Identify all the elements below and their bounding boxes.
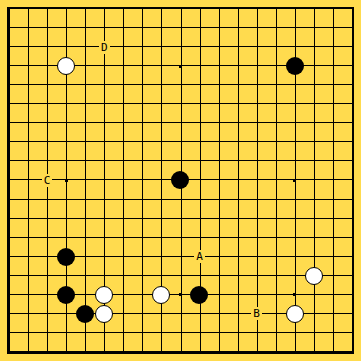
intersection[interactable] bbox=[209, 0, 228, 19]
intersection[interactable] bbox=[152, 247, 171, 266]
intersection[interactable] bbox=[190, 171, 209, 190]
intersection[interactable] bbox=[171, 304, 190, 323]
intersection[interactable] bbox=[114, 323, 133, 342]
intersection[interactable] bbox=[133, 38, 152, 57]
intersection[interactable] bbox=[152, 133, 171, 152]
intersection[interactable] bbox=[114, 190, 133, 209]
intersection[interactable] bbox=[342, 114, 361, 133]
intersection[interactable] bbox=[0, 152, 19, 171]
intersection[interactable] bbox=[57, 0, 76, 19]
intersection[interactable] bbox=[190, 38, 209, 57]
intersection[interactable] bbox=[0, 266, 19, 285]
intersection[interactable] bbox=[285, 76, 304, 95]
intersection[interactable] bbox=[57, 228, 76, 247]
intersection[interactable] bbox=[19, 342, 38, 361]
intersection[interactable] bbox=[114, 76, 133, 95]
intersection[interactable] bbox=[152, 209, 171, 228]
intersection[interactable] bbox=[209, 209, 228, 228]
intersection[interactable] bbox=[190, 57, 209, 76]
intersection[interactable] bbox=[342, 342, 361, 361]
intersection[interactable] bbox=[57, 323, 76, 342]
intersection[interactable] bbox=[342, 19, 361, 38]
intersection[interactable] bbox=[38, 152, 57, 171]
intersection[interactable] bbox=[190, 95, 209, 114]
intersection[interactable] bbox=[209, 342, 228, 361]
intersection[interactable] bbox=[304, 19, 323, 38]
intersection[interactable] bbox=[228, 323, 247, 342]
intersection[interactable] bbox=[0, 133, 19, 152]
intersection[interactable] bbox=[323, 266, 342, 285]
intersection[interactable] bbox=[38, 95, 57, 114]
intersection[interactable] bbox=[0, 285, 19, 304]
intersection[interactable] bbox=[266, 0, 285, 19]
intersection[interactable] bbox=[171, 19, 190, 38]
intersection[interactable] bbox=[304, 114, 323, 133]
intersection[interactable] bbox=[95, 95, 114, 114]
intersection[interactable] bbox=[0, 38, 19, 57]
intersection[interactable] bbox=[19, 266, 38, 285]
intersection[interactable] bbox=[95, 133, 114, 152]
intersection[interactable] bbox=[304, 190, 323, 209]
intersection[interactable] bbox=[304, 342, 323, 361]
intersection[interactable] bbox=[228, 247, 247, 266]
intersection[interactable] bbox=[190, 152, 209, 171]
intersection[interactable] bbox=[38, 114, 57, 133]
intersection[interactable] bbox=[114, 209, 133, 228]
intersection[interactable] bbox=[247, 285, 266, 304]
intersection[interactable] bbox=[19, 304, 38, 323]
intersection[interactable] bbox=[152, 76, 171, 95]
intersection[interactable]: C bbox=[38, 171, 57, 190]
intersection[interactable] bbox=[76, 247, 95, 266]
intersection[interactable] bbox=[38, 133, 57, 152]
intersection[interactable] bbox=[76, 0, 95, 19]
intersection[interactable] bbox=[323, 228, 342, 247]
intersection[interactable] bbox=[247, 152, 266, 171]
intersection[interactable] bbox=[114, 114, 133, 133]
intersection[interactable] bbox=[228, 38, 247, 57]
intersection[interactable] bbox=[209, 133, 228, 152]
intersection[interactable] bbox=[114, 152, 133, 171]
intersection[interactable] bbox=[266, 266, 285, 285]
intersection[interactable] bbox=[114, 285, 133, 304]
intersection[interactable] bbox=[133, 342, 152, 361]
intersection[interactable] bbox=[266, 247, 285, 266]
intersection[interactable] bbox=[228, 95, 247, 114]
intersection[interactable] bbox=[95, 114, 114, 133]
intersection[interactable] bbox=[76, 228, 95, 247]
intersection[interactable] bbox=[342, 76, 361, 95]
intersection[interactable] bbox=[247, 190, 266, 209]
intersection[interactable] bbox=[266, 76, 285, 95]
intersection[interactable] bbox=[76, 342, 95, 361]
intersection[interactable] bbox=[57, 342, 76, 361]
intersection[interactable] bbox=[266, 209, 285, 228]
intersection[interactable] bbox=[76, 38, 95, 57]
intersection[interactable] bbox=[133, 19, 152, 38]
intersection[interactable] bbox=[0, 95, 19, 114]
intersection[interactable] bbox=[19, 209, 38, 228]
intersection[interactable] bbox=[38, 266, 57, 285]
intersection[interactable] bbox=[171, 76, 190, 95]
intersection[interactable] bbox=[152, 323, 171, 342]
intersection[interactable] bbox=[247, 247, 266, 266]
intersection[interactable] bbox=[247, 209, 266, 228]
intersection[interactable] bbox=[171, 133, 190, 152]
intersection[interactable] bbox=[76, 57, 95, 76]
intersection[interactable] bbox=[19, 152, 38, 171]
intersection[interactable] bbox=[114, 57, 133, 76]
intersection[interactable] bbox=[304, 133, 323, 152]
intersection[interactable] bbox=[266, 171, 285, 190]
intersection[interactable] bbox=[247, 114, 266, 133]
intersection[interactable] bbox=[57, 171, 76, 190]
intersection[interactable] bbox=[266, 38, 285, 57]
intersection[interactable] bbox=[0, 228, 19, 247]
intersection[interactable] bbox=[0, 76, 19, 95]
intersection[interactable] bbox=[38, 190, 57, 209]
intersection[interactable] bbox=[190, 228, 209, 247]
intersection[interactable] bbox=[57, 19, 76, 38]
intersection[interactable] bbox=[57, 190, 76, 209]
intersection[interactable] bbox=[57, 38, 76, 57]
intersection[interactable] bbox=[342, 190, 361, 209]
intersection[interactable] bbox=[228, 57, 247, 76]
intersection[interactable] bbox=[19, 57, 38, 76]
intersection[interactable] bbox=[190, 133, 209, 152]
intersection[interactable] bbox=[76, 95, 95, 114]
intersection[interactable] bbox=[323, 114, 342, 133]
intersection[interactable] bbox=[228, 152, 247, 171]
intersection[interactable] bbox=[266, 323, 285, 342]
intersection[interactable] bbox=[114, 38, 133, 57]
intersection[interactable] bbox=[114, 133, 133, 152]
intersection[interactable] bbox=[0, 190, 19, 209]
intersection[interactable] bbox=[209, 228, 228, 247]
intersection[interactable] bbox=[304, 152, 323, 171]
intersection[interactable] bbox=[171, 285, 190, 304]
intersection[interactable] bbox=[0, 57, 19, 76]
intersection[interactable] bbox=[323, 57, 342, 76]
intersection[interactable] bbox=[95, 323, 114, 342]
intersection[interactable] bbox=[95, 190, 114, 209]
intersection[interactable] bbox=[19, 76, 38, 95]
intersection[interactable] bbox=[95, 19, 114, 38]
intersection[interactable] bbox=[95, 76, 114, 95]
intersection[interactable] bbox=[190, 190, 209, 209]
intersection[interactable] bbox=[95, 57, 114, 76]
intersection[interactable] bbox=[342, 152, 361, 171]
intersection[interactable] bbox=[0, 19, 19, 38]
intersection[interactable] bbox=[171, 209, 190, 228]
intersection[interactable] bbox=[266, 57, 285, 76]
intersection[interactable] bbox=[266, 95, 285, 114]
intersection[interactable] bbox=[152, 342, 171, 361]
intersection[interactable] bbox=[285, 266, 304, 285]
intersection[interactable] bbox=[152, 19, 171, 38]
intersection[interactable] bbox=[76, 19, 95, 38]
intersection[interactable]: D bbox=[95, 38, 114, 57]
intersection[interactable] bbox=[190, 304, 209, 323]
intersection[interactable] bbox=[285, 38, 304, 57]
intersection[interactable] bbox=[95, 342, 114, 361]
intersection[interactable] bbox=[323, 190, 342, 209]
intersection[interactable] bbox=[19, 38, 38, 57]
intersection[interactable] bbox=[209, 152, 228, 171]
intersection[interactable] bbox=[304, 76, 323, 95]
intersection[interactable] bbox=[247, 19, 266, 38]
intersection[interactable] bbox=[19, 228, 38, 247]
choice-label-C[interactable]: C bbox=[42, 174, 53, 187]
intersection[interactable]: A bbox=[190, 247, 209, 266]
intersection[interactable] bbox=[342, 0, 361, 19]
intersection[interactable] bbox=[209, 114, 228, 133]
intersection[interactable] bbox=[38, 57, 57, 76]
intersection[interactable] bbox=[19, 95, 38, 114]
intersection[interactable] bbox=[38, 285, 57, 304]
intersection[interactable] bbox=[152, 0, 171, 19]
intersection[interactable] bbox=[152, 152, 171, 171]
intersection[interactable] bbox=[152, 57, 171, 76]
intersection[interactable] bbox=[38, 228, 57, 247]
intersection[interactable] bbox=[133, 190, 152, 209]
intersection[interactable] bbox=[247, 95, 266, 114]
intersection[interactable] bbox=[76, 114, 95, 133]
intersection[interactable] bbox=[133, 228, 152, 247]
intersection[interactable] bbox=[57, 114, 76, 133]
intersection[interactable] bbox=[0, 209, 19, 228]
intersection[interactable] bbox=[133, 76, 152, 95]
intersection[interactable] bbox=[171, 190, 190, 209]
intersection[interactable] bbox=[38, 342, 57, 361]
intersection[interactable] bbox=[190, 19, 209, 38]
intersection[interactable] bbox=[228, 266, 247, 285]
intersection[interactable] bbox=[38, 0, 57, 19]
intersection[interactable] bbox=[19, 285, 38, 304]
intersection[interactable] bbox=[19, 0, 38, 19]
intersection[interactable] bbox=[19, 323, 38, 342]
choice-label-B[interactable]: B bbox=[251, 307, 262, 320]
intersection[interactable] bbox=[285, 0, 304, 19]
intersection[interactable] bbox=[114, 342, 133, 361]
intersection[interactable] bbox=[0, 247, 19, 266]
intersection[interactable] bbox=[209, 285, 228, 304]
intersection[interactable] bbox=[133, 95, 152, 114]
intersection[interactable] bbox=[19, 190, 38, 209]
intersection[interactable] bbox=[228, 304, 247, 323]
intersection[interactable] bbox=[133, 57, 152, 76]
intersection[interactable] bbox=[38, 76, 57, 95]
intersection[interactable] bbox=[209, 304, 228, 323]
intersection[interactable] bbox=[323, 247, 342, 266]
intersection[interactable] bbox=[247, 342, 266, 361]
intersection[interactable] bbox=[190, 76, 209, 95]
intersection[interactable] bbox=[38, 38, 57, 57]
intersection[interactable] bbox=[114, 95, 133, 114]
intersection[interactable] bbox=[190, 114, 209, 133]
intersection[interactable] bbox=[76, 152, 95, 171]
intersection[interactable] bbox=[171, 0, 190, 19]
intersection[interactable] bbox=[38, 19, 57, 38]
intersection[interactable] bbox=[247, 171, 266, 190]
intersection[interactable]: B bbox=[247, 304, 266, 323]
intersection[interactable] bbox=[133, 171, 152, 190]
intersection[interactable] bbox=[304, 57, 323, 76]
intersection[interactable] bbox=[133, 304, 152, 323]
intersection[interactable] bbox=[95, 247, 114, 266]
intersection[interactable] bbox=[133, 152, 152, 171]
intersection[interactable] bbox=[304, 285, 323, 304]
intersection[interactable] bbox=[342, 95, 361, 114]
intersection[interactable] bbox=[95, 228, 114, 247]
intersection[interactable] bbox=[171, 57, 190, 76]
intersection[interactable] bbox=[304, 247, 323, 266]
intersection[interactable] bbox=[76, 323, 95, 342]
intersection[interactable] bbox=[171, 342, 190, 361]
intersection[interactable] bbox=[0, 114, 19, 133]
intersection[interactable] bbox=[190, 323, 209, 342]
intersection[interactable] bbox=[0, 304, 19, 323]
intersection[interactable] bbox=[0, 0, 19, 19]
intersection[interactable] bbox=[171, 228, 190, 247]
intersection[interactable] bbox=[133, 0, 152, 19]
intersection[interactable] bbox=[247, 266, 266, 285]
intersection[interactable] bbox=[342, 209, 361, 228]
intersection[interactable] bbox=[228, 76, 247, 95]
intersection[interactable] bbox=[152, 304, 171, 323]
choice-label-D[interactable]: D bbox=[99, 41, 110, 54]
intersection[interactable] bbox=[304, 304, 323, 323]
intersection[interactable] bbox=[285, 19, 304, 38]
intersection[interactable] bbox=[171, 114, 190, 133]
intersection[interactable] bbox=[152, 114, 171, 133]
intersection[interactable] bbox=[19, 114, 38, 133]
intersection[interactable] bbox=[285, 228, 304, 247]
intersection[interactable] bbox=[209, 266, 228, 285]
choice-label-A[interactable]: A bbox=[194, 250, 205, 263]
intersection[interactable] bbox=[76, 76, 95, 95]
intersection[interactable] bbox=[171, 266, 190, 285]
intersection[interactable] bbox=[95, 0, 114, 19]
intersection[interactable] bbox=[171, 152, 190, 171]
intersection[interactable] bbox=[323, 342, 342, 361]
intersection[interactable] bbox=[304, 38, 323, 57]
intersection[interactable] bbox=[19, 19, 38, 38]
intersection[interactable] bbox=[190, 342, 209, 361]
intersection[interactable] bbox=[133, 266, 152, 285]
intersection[interactable] bbox=[228, 342, 247, 361]
intersection[interactable] bbox=[0, 171, 19, 190]
intersection[interactable] bbox=[304, 228, 323, 247]
intersection[interactable] bbox=[57, 209, 76, 228]
intersection[interactable] bbox=[342, 38, 361, 57]
intersection[interactable] bbox=[19, 247, 38, 266]
intersection[interactable] bbox=[247, 0, 266, 19]
intersection[interactable] bbox=[152, 228, 171, 247]
intersection[interactable] bbox=[114, 19, 133, 38]
intersection[interactable] bbox=[0, 323, 19, 342]
intersection[interactable] bbox=[209, 38, 228, 57]
intersection[interactable] bbox=[285, 114, 304, 133]
intersection[interactable] bbox=[19, 133, 38, 152]
intersection[interactable] bbox=[342, 171, 361, 190]
intersection[interactable] bbox=[133, 114, 152, 133]
intersection[interactable] bbox=[38, 209, 57, 228]
intersection[interactable] bbox=[266, 228, 285, 247]
intersection[interactable] bbox=[133, 209, 152, 228]
intersection[interactable] bbox=[323, 0, 342, 19]
intersection[interactable] bbox=[247, 57, 266, 76]
intersection[interactable] bbox=[323, 304, 342, 323]
intersection[interactable] bbox=[152, 95, 171, 114]
intersection[interactable] bbox=[228, 285, 247, 304]
intersection[interactable] bbox=[323, 38, 342, 57]
intersection[interactable] bbox=[114, 0, 133, 19]
intersection[interactable] bbox=[152, 190, 171, 209]
intersection[interactable] bbox=[266, 304, 285, 323]
intersection[interactable] bbox=[323, 95, 342, 114]
intersection[interactable] bbox=[171, 38, 190, 57]
intersection[interactable] bbox=[342, 323, 361, 342]
intersection[interactable] bbox=[228, 228, 247, 247]
intersection[interactable] bbox=[209, 57, 228, 76]
intersection[interactable] bbox=[76, 209, 95, 228]
intersection[interactable] bbox=[57, 133, 76, 152]
intersection[interactable] bbox=[285, 323, 304, 342]
intersection[interactable] bbox=[209, 190, 228, 209]
intersection[interactable] bbox=[57, 304, 76, 323]
intersection[interactable] bbox=[342, 266, 361, 285]
intersection[interactable] bbox=[38, 304, 57, 323]
intersection[interactable] bbox=[323, 76, 342, 95]
intersection[interactable] bbox=[247, 38, 266, 57]
intersection[interactable] bbox=[133, 285, 152, 304]
intersection[interactable] bbox=[323, 285, 342, 304]
intersection[interactable] bbox=[190, 266, 209, 285]
intersection[interactable] bbox=[95, 171, 114, 190]
intersection[interactable] bbox=[76, 285, 95, 304]
intersection[interactable] bbox=[228, 114, 247, 133]
intersection[interactable] bbox=[57, 266, 76, 285]
intersection[interactable] bbox=[266, 190, 285, 209]
intersection[interactable] bbox=[133, 133, 152, 152]
intersection[interactable] bbox=[228, 190, 247, 209]
intersection[interactable] bbox=[171, 95, 190, 114]
intersection[interactable] bbox=[342, 247, 361, 266]
intersection[interactable] bbox=[247, 76, 266, 95]
intersection[interactable] bbox=[323, 209, 342, 228]
intersection[interactable] bbox=[285, 285, 304, 304]
intersection[interactable] bbox=[114, 266, 133, 285]
intersection[interactable] bbox=[285, 342, 304, 361]
intersection[interactable] bbox=[304, 323, 323, 342]
intersection[interactable] bbox=[209, 171, 228, 190]
intersection[interactable] bbox=[285, 190, 304, 209]
intersection[interactable] bbox=[209, 76, 228, 95]
intersection[interactable] bbox=[285, 209, 304, 228]
intersection[interactable] bbox=[38, 247, 57, 266]
intersection[interactable] bbox=[304, 209, 323, 228]
intersection[interactable] bbox=[209, 247, 228, 266]
intersection[interactable] bbox=[266, 342, 285, 361]
intersection[interactable] bbox=[285, 152, 304, 171]
intersection[interactable] bbox=[342, 228, 361, 247]
intersection[interactable] bbox=[114, 247, 133, 266]
intersection[interactable] bbox=[247, 133, 266, 152]
intersection[interactable] bbox=[266, 285, 285, 304]
intersection[interactable] bbox=[285, 133, 304, 152]
intersection[interactable] bbox=[323, 171, 342, 190]
